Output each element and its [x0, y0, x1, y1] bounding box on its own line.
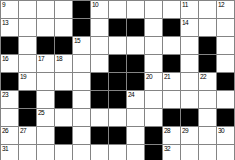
cell-r7c12[interactable]: 30 [217, 127, 234, 144]
black-cell-r8c8 [145, 145, 162, 160]
cell-r1c11[interactable] [199, 19, 216, 36]
clue-number-22: 22 [200, 73, 206, 80]
cell-r8c1[interactable] [19, 145, 36, 160]
cell-r8c6[interactable] [109, 145, 126, 160]
cell-r8c11[interactable] [199, 145, 216, 160]
cell-r6c2[interactable]: 25 [37, 109, 54, 126]
clue-number-17: 17 [38, 55, 44, 62]
clue-number-19: 19 [20, 73, 26, 80]
black-cell-r1c6 [109, 19, 126, 36]
cell-r1c2[interactable] [37, 19, 54, 36]
cell-r1c8[interactable] [145, 19, 162, 36]
cell-r3c3[interactable]: 18 [55, 55, 72, 72]
clue-number-27: 27 [20, 127, 26, 134]
black-cell-r2c11 [199, 37, 216, 54]
cell-r0c6[interactable] [109, 1, 126, 18]
black-cell-r1c7 [127, 19, 144, 36]
cell-r5c9[interactable] [163, 91, 180, 108]
clue-number-20: 20 [146, 73, 152, 80]
cell-r1c12[interactable] [217, 19, 234, 36]
cell-r3c1[interactable] [19, 55, 36, 72]
cell-r7c4[interactable] [73, 127, 90, 144]
cell-r4c8[interactable]: 20 [145, 73, 162, 90]
cell-r2c8[interactable] [145, 37, 162, 54]
cell-r8c5[interactable] [91, 145, 108, 160]
cell-r1c0[interactable]: 13 [1, 19, 18, 36]
black-cell-r4c5 [91, 73, 108, 90]
cell-r8c0[interactable]: 31 [1, 145, 18, 160]
cell-r0c12[interactable]: 12 [217, 1, 234, 18]
clue-number-13: 13 [2, 19, 8, 26]
clue-number-26: 26 [2, 127, 8, 134]
black-cell-r6c10 [181, 109, 198, 126]
black-cell-r5c6 [109, 91, 126, 108]
cell-r5c7[interactable]: 24 [127, 91, 144, 108]
clue-number-23: 23 [2, 91, 8, 98]
cell-r4c11[interactable]: 22 [199, 73, 216, 90]
cell-r7c10[interactable]: 29 [181, 127, 198, 144]
black-cell-r5c1 [19, 91, 36, 108]
cell-r0c0[interactable]: 9 [1, 1, 18, 18]
cell-r3c0[interactable]: 16 [1, 55, 18, 72]
cell-r4c9[interactable]: 21 [163, 73, 180, 90]
black-cell-r7c3 [55, 127, 72, 144]
cell-r0c2[interactable] [37, 1, 54, 18]
black-cell-r5c5 [91, 91, 108, 108]
cell-r6c8[interactable] [145, 109, 162, 126]
cell-r3c5[interactable] [91, 55, 108, 72]
cell-r4c4[interactable] [73, 73, 90, 90]
cell-r5c4[interactable] [73, 91, 90, 108]
cell-r8c3[interactable] [55, 145, 72, 160]
cell-r3c8[interactable] [145, 55, 162, 72]
black-cell-r4c7 [127, 73, 144, 90]
cell-r5c10[interactable] [181, 91, 198, 108]
clue-number-18: 18 [56, 55, 62, 62]
cell-r3c10[interactable] [181, 55, 198, 72]
black-cell-r5c3 [55, 91, 72, 108]
clue-number-15: 15 [74, 37, 80, 44]
cell-r8c10[interactable] [181, 145, 198, 160]
cell-r2c7[interactable] [127, 37, 144, 54]
cell-r8c7[interactable] [127, 145, 144, 160]
clue-number-21: 21 [164, 73, 170, 80]
black-cell-r4c12 [217, 73, 234, 90]
cell-r1c10[interactable]: 14 [181, 19, 198, 36]
clue-number-30: 30 [218, 127, 224, 134]
cell-r0c11[interactable] [199, 1, 216, 18]
cell-r7c1[interactable]: 27 [19, 127, 36, 144]
black-cell-r2c2 [37, 37, 54, 54]
cell-r1c3[interactable] [55, 19, 72, 36]
black-cell-r1c9 [163, 19, 180, 36]
cell-r3c4[interactable] [73, 55, 90, 72]
black-cell-r6c1 [19, 109, 36, 126]
cell-r6c5[interactable] [91, 109, 108, 126]
cell-r2c4[interactable]: 15 [73, 37, 90, 54]
black-cell-r0c4 [73, 1, 90, 18]
clue-number-12: 12 [218, 1, 224, 8]
cell-r5c12[interactable] [217, 91, 234, 108]
black-cell-r7c8 [145, 127, 162, 144]
clue-number-24: 24 [128, 91, 134, 98]
black-cell-r7c6 [109, 127, 126, 144]
cell-r6c3[interactable] [55, 109, 72, 126]
cell-r2c1[interactable] [19, 37, 36, 54]
cell-r2c12[interactable] [217, 37, 234, 54]
cell-r7c11[interactable] [199, 127, 216, 144]
black-cell-r6c9 [163, 109, 180, 126]
cell-r6c11[interactable] [199, 109, 216, 126]
cell-r8c9[interactable]: 32 [163, 145, 180, 160]
cell-r5c11[interactable] [199, 91, 216, 108]
black-cell-r1c4 [73, 19, 90, 36]
cell-r2c6[interactable] [109, 37, 126, 54]
cell-r0c7[interactable] [127, 1, 144, 18]
cell-r6c6[interactable] [109, 109, 126, 126]
black-cell-r7c5 [91, 127, 108, 144]
clue-number-16: 16 [2, 55, 8, 62]
clue-number-32: 32 [164, 145, 170, 152]
cell-r4c3[interactable] [55, 73, 72, 90]
cell-r0c1[interactable] [19, 1, 36, 18]
black-cell-r3c9 [163, 55, 180, 72]
cell-r0c3[interactable] [55, 1, 72, 18]
clue-number-10: 10 [92, 1, 98, 8]
black-cell-r3c11 [199, 55, 216, 72]
black-cell-r4c0 [1, 73, 18, 90]
cell-r6c0[interactable] [1, 109, 18, 126]
clue-number-14: 14 [182, 19, 188, 26]
cell-r1c1[interactable] [19, 19, 36, 36]
black-cell-r3c7 [127, 55, 144, 72]
black-cell-r2c0 [1, 37, 18, 54]
cell-r1c5[interactable] [91, 19, 108, 36]
cell-r7c2[interactable] [37, 127, 54, 144]
cell-r5c0[interactable]: 23 [1, 91, 18, 108]
cell-r2c10[interactable] [181, 37, 198, 54]
cell-r3c12[interactable] [217, 55, 234, 72]
cell-r5c8[interactable] [145, 91, 162, 108]
cell-r5c2[interactable] [37, 91, 54, 108]
cell-r8c12[interactable] [217, 145, 234, 160]
cell-r2c5[interactable] [91, 37, 108, 54]
cell-r0c9[interactable] [163, 1, 180, 18]
clue-number-28: 28 [164, 127, 170, 134]
cell-r6c7[interactable] [127, 109, 144, 126]
cell-r0c10[interactable]: 11 [181, 1, 198, 18]
cell-r4c2[interactable] [37, 73, 54, 90]
clue-number-25: 25 [38, 109, 44, 116]
cell-r4c1[interactable]: 19 [19, 73, 36, 90]
black-cell-r2c3 [55, 37, 72, 54]
cell-r8c2[interactable] [37, 145, 54, 160]
cell-r0c8[interactable] [145, 1, 162, 18]
cell-r7c9[interactable]: 28 [163, 127, 180, 144]
cell-r6c4[interactable] [73, 109, 90, 126]
cell-r8c4[interactable] [73, 145, 90, 160]
black-cell-r3c6 [109, 55, 126, 72]
clue-number-11: 11 [182, 1, 188, 8]
cell-r3c2[interactable]: 17 [37, 55, 54, 72]
cell-r0c5[interactable]: 10 [91, 1, 108, 18]
crossword-grid: 9101112131415161718192021222324252627282… [0, 0, 235, 160]
black-cell-r4c6 [109, 73, 126, 90]
clue-number-31: 31 [2, 145, 8, 152]
cell-r4c10[interactable] [181, 73, 198, 90]
black-cell-r6c12 [217, 109, 234, 126]
cell-r7c0[interactable]: 26 [1, 127, 18, 144]
clue-number-9: 9 [2, 1, 5, 8]
clue-number-29: 29 [182, 127, 188, 134]
cell-r2c9[interactable] [163, 37, 180, 54]
cell-r7c7[interactable] [127, 127, 144, 144]
